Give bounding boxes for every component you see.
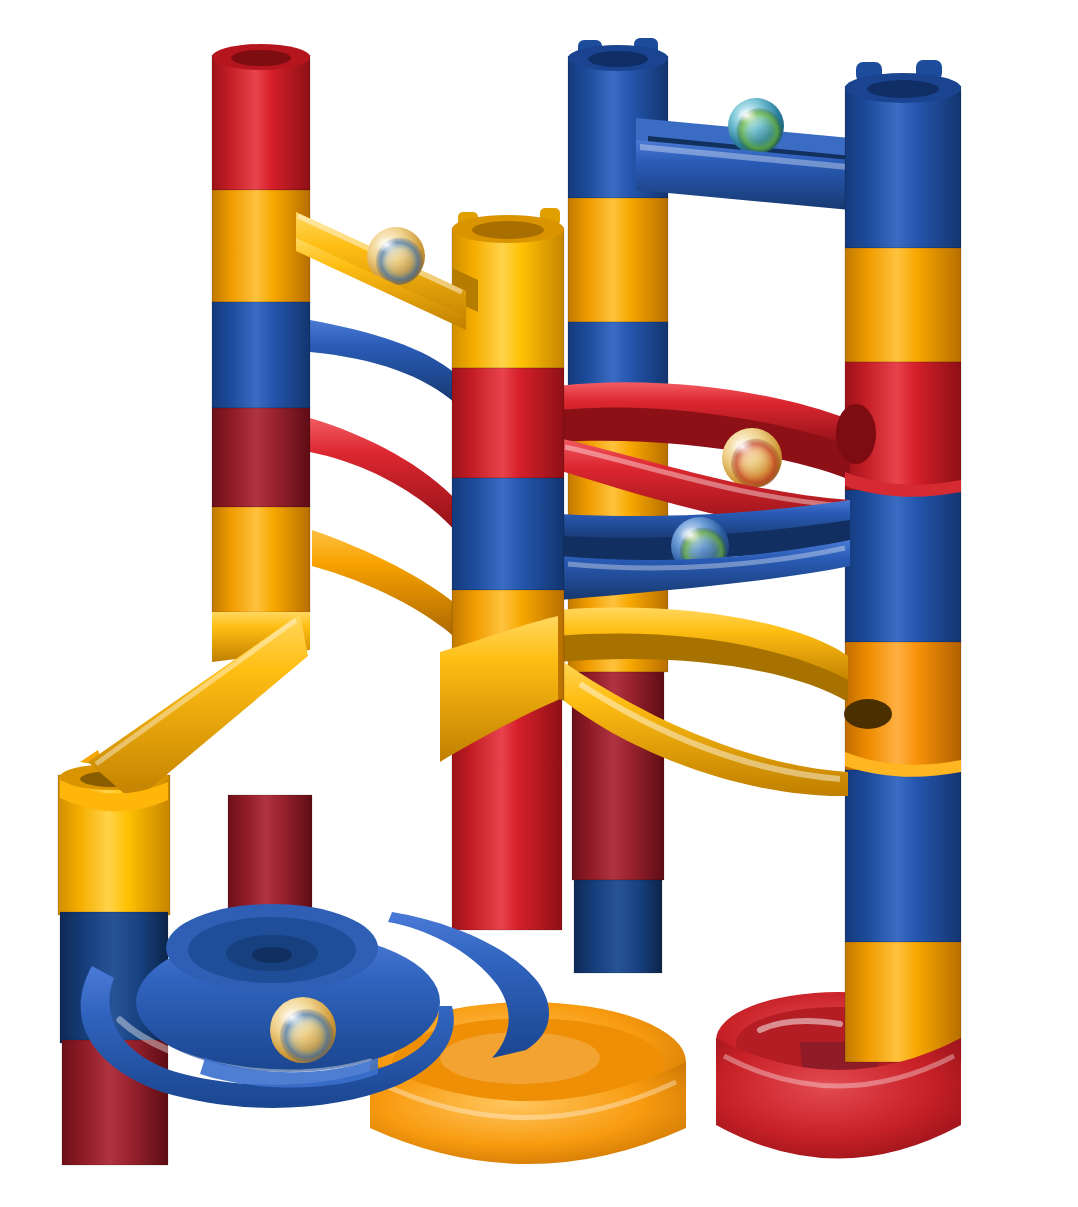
tower-segment	[212, 302, 310, 408]
tower-segment	[845, 86, 961, 248]
tower-segment	[452, 368, 564, 478]
cap-hole	[588, 51, 648, 67]
marble-run-photo	[0, 0, 1078, 1207]
red-cup-opening	[836, 404, 876, 464]
tower-center	[452, 208, 564, 930]
tower-segment	[845, 770, 961, 942]
band-blue-left	[310, 320, 456, 404]
cup-hole	[472, 221, 544, 239]
tower-segment	[845, 942, 961, 1062]
chute-band	[88, 614, 308, 802]
tower-segment	[452, 478, 564, 590]
marble-shine	[375, 237, 397, 253]
cap-hole	[231, 50, 291, 66]
orange-cup-opening	[844, 699, 892, 729]
top-blue-bridge	[636, 98, 872, 212]
tower-segment	[212, 55, 310, 190]
tower-right	[845, 60, 961, 1062]
tower-segment	[845, 490, 961, 642]
chute-top-left-yellow	[296, 212, 466, 330]
tower-left	[212, 44, 310, 612]
marble	[728, 98, 784, 154]
tower-segment	[228, 795, 312, 908]
tower-far-left	[58, 750, 170, 1165]
marble-shine	[736, 108, 757, 124]
left-bands	[310, 320, 458, 640]
marble-run-scene	[0, 0, 1078, 1207]
tower-segment	[574, 880, 662, 973]
spiral-cup-hole	[252, 947, 292, 963]
band-orange-left	[312, 530, 458, 640]
cap-hole	[867, 80, 939, 98]
band-red-left	[310, 418, 458, 534]
marble-shine	[679, 527, 701, 543]
tower-segment	[212, 408, 310, 507]
tower-segment	[212, 507, 310, 612]
marble-shine	[280, 1008, 305, 1026]
marble-shine	[731, 438, 754, 455]
tower-segment	[568, 198, 668, 322]
marble	[270, 997, 336, 1063]
marble	[722, 428, 782, 488]
tower-segment	[212, 190, 310, 302]
tower-segment	[845, 248, 961, 362]
